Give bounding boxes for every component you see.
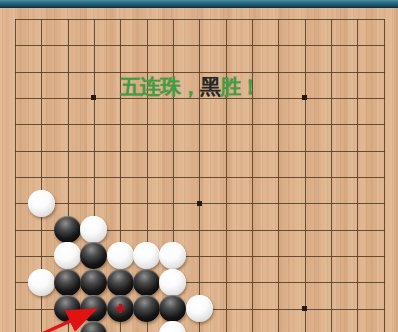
stone-black bbox=[107, 295, 134, 322]
grid-line-vertical bbox=[384, 19, 385, 332]
gomoku-window: 五连珠，黑胜！ bbox=[0, 0, 398, 332]
grid-line-horizontal bbox=[15, 177, 385, 178]
win-message-black-char: 黑 bbox=[200, 75, 220, 99]
star-point bbox=[197, 201, 202, 206]
stone-white bbox=[159, 269, 186, 296]
grid-line-vertical bbox=[278, 19, 279, 332]
stone-black bbox=[80, 321, 107, 332]
win-message: 五连珠，黑胜！ bbox=[120, 73, 260, 101]
stone-black bbox=[54, 269, 81, 296]
stone-black bbox=[54, 216, 81, 243]
stone-black bbox=[107, 269, 134, 296]
star-point bbox=[302, 95, 307, 100]
grid-line-horizontal bbox=[15, 124, 385, 125]
stone-black bbox=[133, 269, 160, 296]
grid-line-vertical bbox=[15, 19, 16, 332]
grid-line-horizontal bbox=[15, 45, 385, 46]
stone-black bbox=[54, 295, 81, 322]
stone-white bbox=[28, 190, 55, 217]
stone-white bbox=[159, 321, 186, 332]
star-point bbox=[302, 306, 307, 311]
grid-line-vertical bbox=[305, 19, 306, 332]
stone-black bbox=[80, 242, 107, 269]
win-message-suffix: 胜！ bbox=[220, 75, 260, 99]
stone-black bbox=[80, 295, 107, 322]
grid-line-vertical bbox=[226, 19, 227, 332]
stone-white bbox=[54, 242, 81, 269]
grid-line-vertical bbox=[357, 19, 358, 332]
stone-white bbox=[133, 242, 160, 269]
win-message-prefix: 五连珠， bbox=[120, 75, 200, 99]
grid-line-horizontal bbox=[15, 151, 385, 152]
stone-white bbox=[107, 242, 134, 269]
stone-white bbox=[159, 242, 186, 269]
grid-line-vertical bbox=[252, 19, 253, 332]
grid-line-vertical bbox=[331, 19, 332, 332]
stone-white bbox=[80, 216, 107, 243]
stone-white bbox=[28, 269, 55, 296]
star-point bbox=[91, 95, 96, 100]
title-bar bbox=[0, 0, 398, 8]
grid-line-horizontal bbox=[15, 19, 385, 20]
grid-line-vertical bbox=[199, 19, 200, 332]
stone-black bbox=[80, 269, 107, 296]
stone-black bbox=[133, 295, 160, 322]
stone-black bbox=[159, 295, 186, 322]
stone-white bbox=[186, 295, 213, 322]
